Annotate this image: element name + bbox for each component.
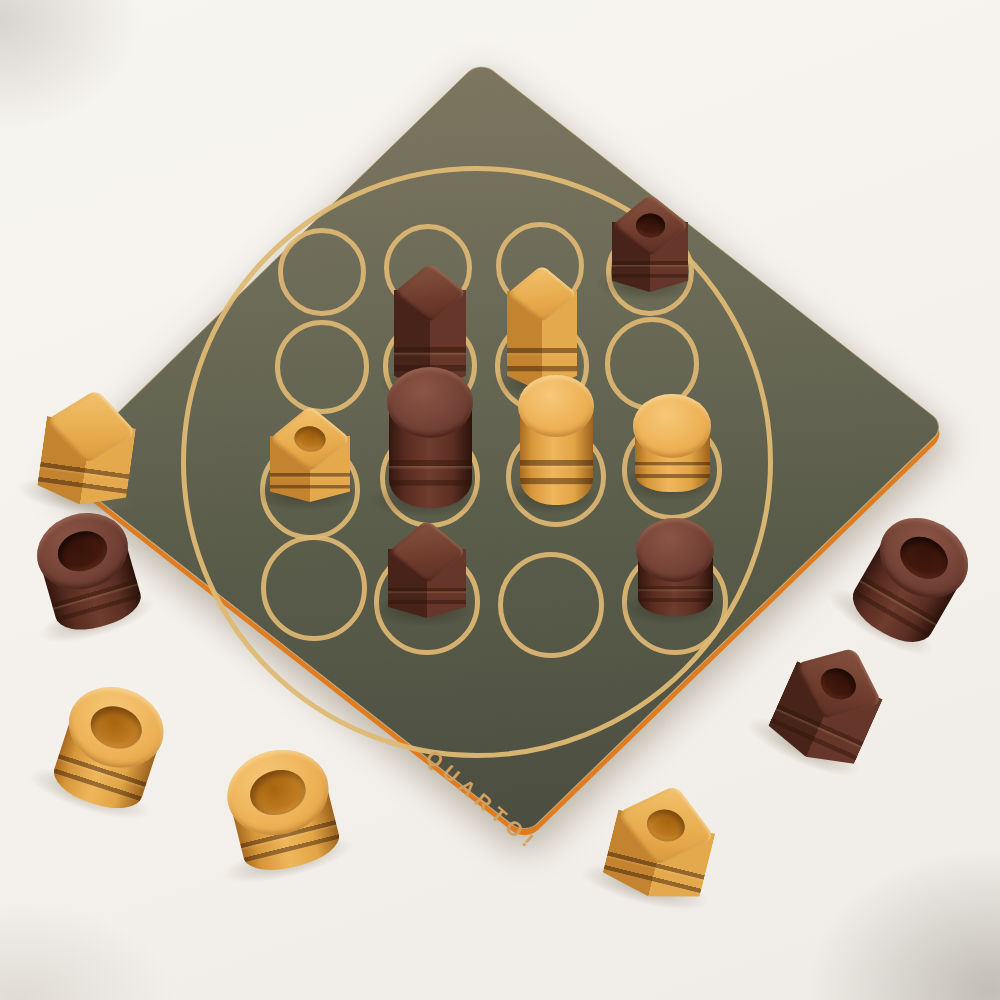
cell-c4[interactable] — [498, 552, 604, 658]
piece-dctf[interactable] — [387, 367, 473, 508]
piece-dqth[interactable] — [763, 629, 897, 776]
piece-hollow-recess — [85, 700, 147, 755]
piece-lcsf[interactable] — [633, 394, 711, 492]
piece-top-face — [387, 367, 473, 438]
piece-dqsf[interactable] — [388, 520, 466, 618]
cell-a2[interactable] — [275, 320, 369, 414]
piece-lqtf[interactable] — [507, 265, 577, 392]
piece-lqth[interactable] — [600, 774, 725, 909]
piece-lqsh[interactable] — [270, 406, 350, 502]
table-surface: QUARTO! — [0, 0, 1000, 1000]
piece-top-face — [636, 518, 714, 582]
piece-hollow-recess — [246, 765, 310, 821]
piece-hollow-recess — [288, 421, 331, 457]
piece-top-face — [518, 375, 594, 437]
piece-hollow-recess — [893, 528, 956, 587]
cell-a1[interactable] — [278, 228, 366, 316]
piece-hollow-recess — [815, 664, 861, 703]
piece-dcth[interactable] — [841, 502, 982, 655]
piece-hollow-recess — [640, 804, 692, 847]
piece-hollow-recess — [630, 209, 671, 243]
piece-dcsf[interactable] — [636, 518, 714, 616]
piece-lcsh[interactable] — [46, 675, 174, 818]
piece-lcth[interactable] — [218, 739, 346, 878]
piece-lqsf[interactable] — [35, 383, 140, 510]
piece-dqsh[interactable] — [612, 194, 688, 292]
cell-a4[interactable] — [261, 535, 367, 641]
piece-top-face — [633, 394, 711, 458]
piece-hollow-recess — [53, 526, 111, 577]
piece-lctf[interactable] — [518, 375, 594, 505]
